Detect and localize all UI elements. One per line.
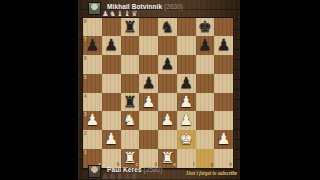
square-g2[interactable] — [196, 130, 215, 149]
square-a4[interactable]: 4 — [83, 93, 102, 112]
file-label-g: g — [211, 162, 214, 167]
square-g3[interactable] — [196, 111, 215, 130]
square-f3[interactable]: ♟ — [177, 111, 196, 130]
black-king-g8: ♚ — [196, 18, 215, 37]
square-c3[interactable]: ♞ — [121, 111, 140, 130]
square-h1[interactable]: h — [214, 149, 233, 168]
square-d7[interactable] — [139, 36, 158, 55]
white-pawn-b2: ♟ — [102, 130, 121, 149]
square-a8[interactable]: 8 — [83, 18, 102, 37]
black-rook-c8: ♜ — [121, 18, 140, 37]
avatar-top-player — [88, 2, 101, 15]
square-g5[interactable] — [196, 74, 215, 93]
white-king-f2: ♚ — [177, 130, 196, 149]
square-f7[interactable] — [177, 36, 196, 55]
black-pawn-b7: ♟ — [102, 36, 121, 55]
avatar-bottom-player — [88, 165, 101, 178]
square-d1[interactable]: d — [139, 149, 158, 168]
square-h7[interactable]: ♟ — [214, 36, 233, 55]
square-h8[interactable] — [214, 18, 233, 37]
square-g6[interactable] — [196, 55, 215, 74]
black-pawn-e6: ♟ — [158, 55, 177, 74]
square-e1[interactable]: e♜ — [158, 149, 177, 168]
square-f5[interactable]: ♟ — [177, 74, 196, 93]
square-e3[interactable]: ♟ — [158, 111, 177, 130]
rank-label-5: 5 — [84, 75, 87, 80]
square-b4[interactable] — [102, 93, 121, 112]
file-label-f: f — [193, 162, 195, 167]
square-b1[interactable]: b — [102, 149, 121, 168]
square-g4[interactable] — [196, 93, 215, 112]
black-pawn-a7: ♟ — [83, 36, 102, 55]
square-d6[interactable] — [139, 55, 158, 74]
square-e6[interactable]: ♟ — [158, 55, 177, 74]
square-g8[interactable]: ♚ — [196, 18, 215, 37]
square-h6[interactable] — [214, 55, 233, 74]
square-b6[interactable] — [102, 55, 121, 74]
square-c2[interactable] — [121, 130, 140, 149]
white-rook-e1: ♜ — [158, 149, 177, 168]
black-pawn-f5: ♟ — [177, 74, 196, 93]
square-h2[interactable]: ♟ — [214, 130, 233, 149]
square-d4[interactable]: ♟ — [139, 93, 158, 112]
square-c1[interactable]: c♜ — [121, 149, 140, 168]
file-label-h: h — [229, 162, 232, 167]
square-c5[interactable] — [121, 74, 140, 93]
square-e8[interactable]: ♞ — [158, 18, 177, 37]
square-a5[interactable]: 5 — [83, 74, 102, 93]
square-h3[interactable] — [214, 111, 233, 130]
rank-label-1: 1 — [84, 150, 87, 155]
white-knight-c3: ♞ — [121, 111, 140, 130]
square-f4[interactable]: ♟ — [177, 93, 196, 112]
square-b7[interactable]: ♟ — [102, 36, 121, 55]
rank-label-4: 4 — [84, 94, 87, 99]
player-rating-top: (2630) — [164, 3, 183, 10]
square-e7[interactable] — [158, 36, 177, 55]
square-c7[interactable] — [121, 36, 140, 55]
subscribe-text: Don't forget to subscribe — [186, 170, 237, 176]
square-d5[interactable]: ♟ — [139, 74, 158, 93]
square-a3[interactable]: 3♟ — [83, 111, 102, 130]
captured-pieces-bottom: ♟♞♝♝♛ — [102, 173, 138, 180]
captured-pieces-top: ♟♞♝♝♛ — [102, 10, 138, 17]
white-pawn-f4: ♟ — [177, 93, 196, 112]
video-frame: Mikhail Botvinnik(2630) ♟♞♝♝♛ 8♜♞♚7♟♟♟♟6… — [0, 0, 320, 180]
square-f8[interactable] — [177, 18, 196, 37]
white-pawn-e3: ♟ — [158, 111, 177, 130]
black-pawn-d5: ♟ — [139, 74, 158, 93]
white-pawn-a3: ♟ — [83, 111, 102, 130]
square-a2[interactable]: 2 — [83, 130, 102, 149]
square-f1[interactable]: f — [177, 149, 196, 168]
square-d2[interactable] — [139, 130, 158, 149]
square-h5[interactable] — [214, 74, 233, 93]
square-b2[interactable]: ♟ — [102, 130, 121, 149]
white-pawn-d4: ♟ — [139, 93, 158, 112]
square-b5[interactable] — [102, 74, 121, 93]
square-e5[interactable] — [158, 74, 177, 93]
square-c4[interactable]: ♜ — [121, 93, 140, 112]
rank-label-8: 8 — [84, 19, 87, 24]
black-pawn-h7: ♟ — [214, 36, 233, 55]
square-a7[interactable]: 7♟ — [83, 36, 102, 55]
square-f2[interactable]: ♚ — [177, 130, 196, 149]
square-d8[interactable] — [139, 18, 158, 37]
white-pawn-h2: ♟ — [214, 130, 233, 149]
black-rook-c4: ♜ — [121, 93, 140, 112]
white-pawn-f3: ♟ — [177, 111, 196, 130]
square-b8[interactable] — [102, 18, 121, 37]
player-rating-bottom: (2580) — [144, 166, 163, 173]
square-d3[interactable] — [139, 111, 158, 130]
square-b3[interactable] — [102, 111, 121, 130]
chess-board: 8♜♞♚7♟♟♟♟6♟5♟♟4♜♟♟3♟♞♟♟2♟♚♟1abc♜de♜fgh — [83, 18, 233, 168]
square-f6[interactable] — [177, 55, 196, 74]
square-g1[interactable]: g — [196, 149, 215, 168]
square-g7[interactable]: ♟ — [196, 36, 215, 55]
square-e2[interactable] — [158, 130, 177, 149]
square-c6[interactable] — [121, 55, 140, 74]
white-rook-c1: ♜ — [121, 149, 140, 168]
square-c8[interactable]: ♜ — [121, 18, 140, 37]
square-e4[interactable] — [158, 93, 177, 112]
square-h4[interactable] — [214, 93, 233, 112]
black-pawn-g7: ♟ — [196, 36, 215, 55]
wood-panel: Mikhail Botvinnik(2630) ♟♞♝♝♛ 8♜♞♚7♟♟♟♟6… — [78, 0, 240, 180]
square-a6[interactable]: 6 — [83, 55, 102, 74]
rank-label-2: 2 — [84, 131, 87, 136]
rank-label-6: 6 — [84, 56, 87, 61]
black-knight-e8: ♞ — [158, 18, 177, 37]
